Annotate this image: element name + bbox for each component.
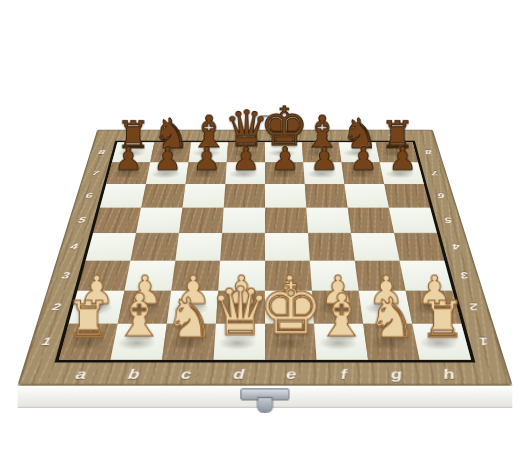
piece-white-king-e1[interactable]: ♚ xyxy=(258,272,323,345)
square-g1[interactable]: ♞ xyxy=(363,324,419,360)
square-c6[interactable] xyxy=(182,184,225,207)
square-b6[interactable] xyxy=(141,184,185,207)
square-e6[interactable] xyxy=(265,184,306,207)
square-h6[interactable] xyxy=(384,184,430,207)
square-g6[interactable] xyxy=(344,184,388,207)
square-h1[interactable]: ♜ xyxy=(412,324,471,360)
square-f4[interactable] xyxy=(308,233,355,261)
square-c4[interactable] xyxy=(175,233,222,261)
coordinate-label: f xyxy=(301,130,339,141)
square-d4[interactable] xyxy=(220,233,265,261)
square-a5[interactable] xyxy=(93,208,141,233)
coordinate-label: g xyxy=(337,130,375,141)
coordinate-label: h xyxy=(420,363,478,385)
square-f7[interactable]: ♟ xyxy=(303,162,344,184)
piece-black-pawn-g7[interactable]: ♟ xyxy=(349,143,378,175)
square-e5[interactable] xyxy=(265,208,308,233)
square-b7[interactable]: ♟ xyxy=(146,162,189,184)
square-d5[interactable] xyxy=(222,208,265,233)
square-e7[interactable]: ♟ xyxy=(265,162,305,184)
square-e1[interactable]: ♚ xyxy=(265,324,317,360)
board-field: ♜♞♝♛♚♝♞♜♟♟♟♟♟♟♟♟♟♟♟♟♟♟♟♟♜♝♞♛♚♝♞♜ xyxy=(55,141,476,363)
coordinate-label: c xyxy=(191,130,229,141)
coordinate-label: d xyxy=(212,363,265,385)
square-e4[interactable] xyxy=(265,233,310,261)
box-front-edge xyxy=(18,384,513,407)
piece-black-pawn-b7[interactable]: ♟ xyxy=(153,143,182,175)
coordinate-label: 8 xyxy=(415,142,442,162)
coordinate-label: b xyxy=(105,363,161,385)
piece-black-pawn-a7[interactable]: ♟ xyxy=(114,143,143,175)
square-f1[interactable]: ♝ xyxy=(314,324,368,360)
coordinate-label: b xyxy=(155,130,193,141)
coordinate-label: 7 xyxy=(421,162,449,184)
piece-white-bishop-f1[interactable]: ♝ xyxy=(315,286,368,345)
square-b4[interactable] xyxy=(130,233,179,261)
coordinate-label: a xyxy=(118,130,157,141)
chess-board: ♜♞♝♛♚♝♞♜♟♟♟♟♟♟♟♟♟♟♟♟♟♟♟♟♜♝♞♛♚♝♞♜ abcdefg… xyxy=(17,130,512,386)
coordinate-label: d xyxy=(228,130,265,141)
file-labels-bottom: abcdefgh xyxy=(52,363,477,385)
square-c1[interactable]: ♞ xyxy=(162,324,216,360)
square-g5[interactable] xyxy=(348,208,394,233)
piece-black-pawn-e7[interactable]: ♟ xyxy=(270,143,299,175)
piece-black-pawn-f7[interactable]: ♟ xyxy=(309,143,338,175)
chess-set-photo: ♜♞♝♛♚♝♞♜♟♟♟♟♟♟♟♟♟♟♟♟♟♟♟♟♜♝♞♛♚♝♞♜ abcdefg… xyxy=(0,0,531,465)
square-g7[interactable]: ♟ xyxy=(342,162,385,184)
square-a6[interactable] xyxy=(100,184,146,207)
piece-white-bishop-b1[interactable]: ♝ xyxy=(112,286,165,345)
coordinate-label: f xyxy=(317,363,372,385)
square-c7[interactable]: ♟ xyxy=(186,162,227,184)
square-a7[interactable]: ♟ xyxy=(106,162,150,184)
coordinate-label: h xyxy=(373,130,412,141)
piece-white-rook-a1[interactable]: ♜ xyxy=(65,295,110,346)
square-h5[interactable] xyxy=(389,208,437,233)
piece-white-rook-h1[interactable]: ♜ xyxy=(419,295,464,346)
file-labels-top: abcdefgh xyxy=(118,130,412,141)
coordinate-label: e xyxy=(265,130,302,141)
latch-icon xyxy=(240,388,289,400)
square-g4[interactable] xyxy=(351,233,400,261)
piece-black-pawn-c7[interactable]: ♟ xyxy=(192,143,221,175)
square-b1[interactable]: ♝ xyxy=(110,324,166,360)
coordinate-label: a xyxy=(52,363,110,385)
coordinate-label: c xyxy=(159,363,214,385)
square-a4[interactable] xyxy=(86,233,136,261)
piece-black-pawn-h7[interactable]: ♟ xyxy=(388,143,417,175)
piece-black-pawn-d7[interactable]: ♟ xyxy=(231,143,260,175)
square-f5[interactable] xyxy=(306,208,351,233)
square-h4[interactable] xyxy=(394,233,444,261)
square-h7[interactable]: ♟ xyxy=(380,162,424,184)
piece-white-knight-c1[interactable]: ♞ xyxy=(164,290,214,345)
board-frame: ♜♞♝♛♚♝♞♜♟♟♟♟♟♟♟♟♟♟♟♟♟♟♟♟♜♝♞♛♚♝♞♜ abcdefg… xyxy=(17,130,512,386)
square-a1[interactable]: ♜ xyxy=(59,324,118,360)
coordinate-label: e xyxy=(265,363,318,385)
square-f6[interactable] xyxy=(305,184,348,207)
square-d6[interactable] xyxy=(224,184,265,207)
coordinate-label: g xyxy=(368,363,424,385)
square-b5[interactable] xyxy=(136,208,182,233)
square-c5[interactable] xyxy=(179,208,224,233)
square-d7[interactable]: ♟ xyxy=(225,162,265,184)
piece-white-knight-g1[interactable]: ♞ xyxy=(367,290,417,345)
